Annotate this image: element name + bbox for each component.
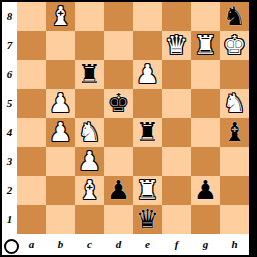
square-f3[interactable] xyxy=(162,147,191,176)
square-h5[interactable]: ♞ xyxy=(220,89,249,118)
square-d3[interactable] xyxy=(104,147,133,176)
square-h2[interactable] xyxy=(220,176,249,205)
square-a5[interactable] xyxy=(17,89,46,118)
square-b1[interactable] xyxy=(46,205,75,234)
white-to-move-icon xyxy=(4,239,19,254)
square-g4[interactable] xyxy=(191,118,220,147)
chess-board: ♝♞♛♜♚♜♟♟♚♞♟♞♜♝♟♝♟♜♟♛ xyxy=(17,2,249,234)
square-c7[interactable] xyxy=(75,31,104,60)
piece-black-rook[interactable]: ♜ xyxy=(133,118,162,147)
square-c6[interactable]: ♜ xyxy=(75,60,104,89)
rank-label-8: 8 xyxy=(2,2,17,31)
square-g7[interactable]: ♜ xyxy=(191,31,220,60)
piece-white-pawn[interactable]: ♟ xyxy=(46,118,75,147)
square-h8[interactable]: ♞ xyxy=(220,2,249,31)
piece-black-bishop[interactable]: ♝ xyxy=(220,118,249,147)
square-g6[interactable] xyxy=(191,60,220,89)
square-d4[interactable] xyxy=(104,118,133,147)
square-b8[interactable]: ♝ xyxy=(46,2,75,31)
piece-white-king[interactable]: ♚ xyxy=(220,31,249,60)
square-a1[interactable] xyxy=(17,205,46,234)
square-d6[interactable] xyxy=(104,60,133,89)
square-f2[interactable] xyxy=(162,176,191,205)
rank-label-3: 3 xyxy=(2,147,17,176)
piece-black-king[interactable]: ♚ xyxy=(104,89,133,118)
square-b3[interactable] xyxy=(46,147,75,176)
square-b6[interactable] xyxy=(46,60,75,89)
square-a8[interactable] xyxy=(17,2,46,31)
square-a4[interactable] xyxy=(17,118,46,147)
square-f7[interactable]: ♛ xyxy=(162,31,191,60)
piece-black-knight[interactable]: ♞ xyxy=(220,2,249,31)
square-b2[interactable] xyxy=(46,176,75,205)
square-d1[interactable] xyxy=(104,205,133,234)
square-e3[interactable] xyxy=(133,147,162,176)
square-d8[interactable] xyxy=(104,2,133,31)
piece-black-queen[interactable]: ♛ xyxy=(133,205,162,234)
square-a3[interactable] xyxy=(17,147,46,176)
file-label-d: d xyxy=(104,234,133,255)
square-g3[interactable] xyxy=(191,147,220,176)
square-a7[interactable] xyxy=(17,31,46,60)
piece-white-pawn[interactable]: ♟ xyxy=(75,147,104,176)
rank-label-4: 4 xyxy=(2,118,17,147)
square-a6[interactable] xyxy=(17,60,46,89)
piece-white-pawn[interactable]: ♟ xyxy=(133,60,162,89)
square-h7[interactable]: ♚ xyxy=(220,31,249,60)
rank-label-2: 2 xyxy=(2,176,17,205)
square-b4[interactable]: ♟ xyxy=(46,118,75,147)
rank-label-7: 7 xyxy=(2,31,17,60)
file-label-g: g xyxy=(191,234,220,255)
rank-label-1: 1 xyxy=(2,205,17,234)
square-f5[interactable] xyxy=(162,89,191,118)
square-c4[interactable]: ♞ xyxy=(75,118,104,147)
file-label-c: c xyxy=(75,234,104,255)
square-f6[interactable] xyxy=(162,60,191,89)
piece-white-rook[interactable]: ♜ xyxy=(191,31,220,60)
square-g1[interactable] xyxy=(191,205,220,234)
square-c1[interactable] xyxy=(75,205,104,234)
file-label-f: f xyxy=(162,234,191,255)
square-e2[interactable]: ♜ xyxy=(133,176,162,205)
square-f8[interactable] xyxy=(162,2,191,31)
chess-diagram: ♝♞♛♜♚♜♟♟♚♞♟♞♜♝♟♝♟♜♟♛ 87654321 abcdefgh xyxy=(0,0,257,257)
square-f1[interactable] xyxy=(162,205,191,234)
piece-white-rook[interactable]: ♜ xyxy=(133,176,162,205)
piece-white-bishop[interactable]: ♝ xyxy=(75,176,104,205)
square-e6[interactable]: ♟ xyxy=(133,60,162,89)
rank-label-6: 6 xyxy=(2,60,17,89)
square-e1[interactable]: ♛ xyxy=(133,205,162,234)
square-g5[interactable] xyxy=(191,89,220,118)
file-label-e: e xyxy=(133,234,162,255)
square-d2[interactable]: ♟ xyxy=(104,176,133,205)
file-label-b: b xyxy=(46,234,75,255)
square-e7[interactable] xyxy=(133,31,162,60)
rank-label-5: 5 xyxy=(2,89,17,118)
square-h1[interactable] xyxy=(220,205,249,234)
square-c8[interactable] xyxy=(75,2,104,31)
square-c5[interactable] xyxy=(75,89,104,118)
square-g2[interactable]: ♟ xyxy=(191,176,220,205)
square-a2[interactable] xyxy=(17,176,46,205)
file-label-a: a xyxy=(17,234,46,255)
rank-labels: 87654321 xyxy=(2,2,17,234)
square-d5[interactable]: ♚ xyxy=(104,89,133,118)
square-h4[interactable]: ♝ xyxy=(220,118,249,147)
piece-white-queen[interactable]: ♛ xyxy=(162,31,191,60)
piece-white-bishop[interactable]: ♝ xyxy=(46,2,75,31)
piece-black-rook[interactable]: ♜ xyxy=(75,60,104,89)
square-d7[interactable] xyxy=(104,31,133,60)
piece-black-pawn[interactable]: ♟ xyxy=(191,176,220,205)
square-c3[interactable]: ♟ xyxy=(75,147,104,176)
square-f4[interactable] xyxy=(162,118,191,147)
square-e5[interactable] xyxy=(133,89,162,118)
piece-white-pawn[interactable]: ♟ xyxy=(46,89,75,118)
file-labels: abcdefgh xyxy=(17,234,249,255)
square-e4[interactable]: ♜ xyxy=(133,118,162,147)
square-h6[interactable] xyxy=(220,60,249,89)
square-g8[interactable] xyxy=(191,2,220,31)
square-c2[interactable]: ♝ xyxy=(75,176,104,205)
piece-black-pawn[interactable]: ♟ xyxy=(104,176,133,205)
square-b7[interactable] xyxy=(46,31,75,60)
square-h3[interactable] xyxy=(220,147,249,176)
square-b5[interactable]: ♟ xyxy=(46,89,75,118)
square-e8[interactable] xyxy=(133,2,162,31)
piece-white-knight[interactable]: ♞ xyxy=(220,89,249,118)
file-label-h: h xyxy=(220,234,249,255)
piece-white-knight[interactable]: ♞ xyxy=(75,118,104,147)
